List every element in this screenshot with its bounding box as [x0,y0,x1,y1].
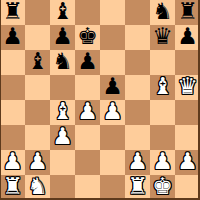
square-d2[interactable] [75,150,100,175]
square-e4[interactable]: ♟ [100,100,125,125]
square-g3[interactable] [150,125,175,150]
piece-black-pawn: ♟ [52,25,73,49]
piece-white-pawn: ♟ [102,100,123,124]
square-b1[interactable]: ♞ [25,175,50,200]
square-b6[interactable]: ♝ [25,50,50,75]
piece-white-bishop: ♝ [52,100,73,124]
square-g4[interactable] [150,100,175,125]
square-d1[interactable] [75,175,100,200]
piece-black-pawn: ♟ [77,50,98,74]
piece-black-queen: ♛ [152,25,173,49]
square-c1[interactable] [50,175,75,200]
square-c7[interactable]: ♟ [50,25,75,50]
square-b3[interactable] [25,125,50,150]
square-h1[interactable] [175,175,200,200]
square-h3[interactable] [175,125,200,150]
piece-white-pawn: ♟ [177,150,198,174]
square-c8[interactable]: ♝ [50,0,75,25]
square-a1[interactable]: ♜ [0,175,25,200]
square-h2[interactable]: ♟ [175,150,200,175]
piece-black-knight: ♞ [52,50,73,74]
square-a2[interactable]: ♟ [0,150,25,175]
square-d5[interactable] [75,75,100,100]
square-e1[interactable] [100,175,125,200]
piece-white-pawn: ♟ [27,150,48,174]
piece-white-pawn: ♟ [52,125,73,149]
square-e7[interactable] [100,25,125,50]
piece-white-queen: ♛ [177,75,198,99]
square-e3[interactable] [100,125,125,150]
square-a7[interactable]: ♟ [0,25,25,50]
square-b7[interactable] [25,25,50,50]
piece-white-bishop: ♝ [152,75,173,99]
square-b4[interactable] [25,100,50,125]
piece-white-pawn: ♟ [127,150,148,174]
square-a4[interactable] [0,100,25,125]
piece-black-pawn: ♟ [177,25,198,49]
piece-black-rook: ♜ [2,0,23,24]
piece-black-rook: ♜ [177,0,198,24]
square-c5[interactable] [50,75,75,100]
square-b8[interactable] [25,0,50,25]
piece-black-pawn: ♟ [2,25,23,49]
square-h7[interactable]: ♟ [175,25,200,50]
square-e8[interactable] [100,0,125,25]
square-c4[interactable]: ♝ [50,100,75,125]
square-f3[interactable] [125,125,150,150]
square-f2[interactable]: ♟ [125,150,150,175]
piece-white-rook: ♜ [127,175,148,199]
square-e6[interactable] [100,50,125,75]
chess-board: ♜♝♞♜♟♟♚♛♟♝♞♟♟♝♛♝♟♟♟♟♟♟♟♟♜♞♜♚ [0,0,200,200]
square-d6[interactable]: ♟ [75,50,100,75]
square-c6[interactable]: ♞ [50,50,75,75]
piece-white-rook: ♜ [2,175,23,199]
square-g7[interactable]: ♛ [150,25,175,50]
square-c3[interactable]: ♟ [50,125,75,150]
piece-white-king: ♚ [152,175,173,199]
square-h8[interactable]: ♜ [175,0,200,25]
square-d7[interactable]: ♚ [75,25,100,50]
square-g8[interactable]: ♞ [150,0,175,25]
square-a6[interactable] [0,50,25,75]
square-c2[interactable] [50,150,75,175]
square-h5[interactable]: ♛ [175,75,200,100]
piece-white-pawn: ♟ [2,150,23,174]
square-g5[interactable]: ♝ [150,75,175,100]
piece-white-knight: ♞ [27,175,48,199]
square-d4[interactable]: ♟ [75,100,100,125]
square-a5[interactable] [0,75,25,100]
piece-black-pawn: ♟ [102,75,123,99]
chess-board-wrap: ♜♝♞♜♟♟♚♛♟♝♞♟♟♝♛♝♟♟♟♟♟♟♟♟♜♞♜♚ [0,0,200,200]
square-d8[interactable] [75,0,100,25]
piece-white-pawn: ♟ [152,150,173,174]
square-g1[interactable]: ♚ [150,175,175,200]
square-f4[interactable] [125,100,150,125]
piece-black-bishop: ♝ [52,0,73,24]
piece-black-king: ♚ [77,25,98,49]
square-g6[interactable] [150,50,175,75]
square-f7[interactable] [125,25,150,50]
square-b2[interactable]: ♟ [25,150,50,175]
square-d3[interactable] [75,125,100,150]
square-b5[interactable] [25,75,50,100]
piece-black-bishop: ♝ [27,50,48,74]
square-e5[interactable]: ♟ [100,75,125,100]
square-a3[interactable] [0,125,25,150]
square-f5[interactable] [125,75,150,100]
square-h4[interactable] [175,100,200,125]
square-g2[interactable]: ♟ [150,150,175,175]
square-e2[interactable] [100,150,125,175]
square-a8[interactable]: ♜ [0,0,25,25]
square-f8[interactable] [125,0,150,25]
piece-black-knight: ♞ [152,0,173,24]
square-h6[interactable] [175,50,200,75]
piece-white-pawn: ♟ [77,100,98,124]
square-f6[interactable] [125,50,150,75]
square-f1[interactable]: ♜ [125,175,150,200]
